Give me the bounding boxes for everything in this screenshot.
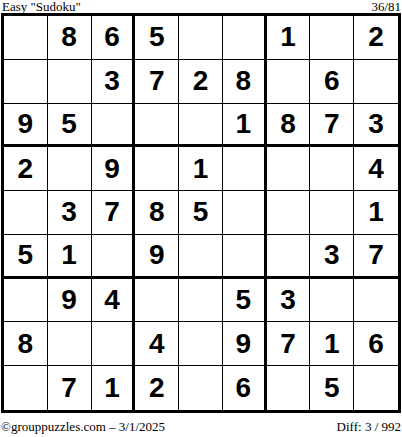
cell-r1c7-given: 1	[267, 16, 311, 60]
cell-r3c9-given: 3	[354, 104, 398, 148]
cell-r3c2-given: 5	[48, 104, 92, 148]
cell-r5c4-given: 8	[135, 191, 179, 235]
cell-r2c5-given: 2	[179, 60, 223, 104]
cell-r1c9-given: 2	[354, 16, 398, 60]
cell-r7c9-empty[interactable]	[354, 279, 398, 323]
cell-r4c1-given: 2	[4, 147, 48, 191]
cell-r6c9-given: 7	[354, 235, 398, 279]
cell-r5c3-given: 7	[92, 191, 136, 235]
cell-r7c4-empty[interactable]	[135, 279, 179, 323]
cell-r2c1-empty[interactable]	[4, 60, 48, 104]
cell-r7c8-empty[interactable]	[310, 279, 354, 323]
cell-r4c7-empty[interactable]	[267, 147, 311, 191]
cell-r1c6-empty[interactable]	[223, 16, 267, 60]
cell-r1c8-empty[interactable]	[310, 16, 354, 60]
cell-r5c2-given: 3	[48, 191, 92, 235]
cell-r9c4-given: 2	[135, 366, 179, 410]
cell-r4c4-empty[interactable]	[135, 147, 179, 191]
cell-r5c6-empty[interactable]	[223, 191, 267, 235]
cell-r1c4-given: 5	[135, 16, 179, 60]
sudoku-grid: 8651237286951873291437851519379453849716…	[1, 13, 401, 413]
cell-r7c7-given: 3	[267, 279, 311, 323]
cell-r9c9-empty[interactable]	[354, 366, 398, 410]
puzzle-title: Easy "Sudoku"	[2, 0, 81, 13]
cell-r8c5-empty[interactable]	[179, 322, 223, 366]
cell-r5c5-given: 5	[179, 191, 223, 235]
cell-r5c8-empty[interactable]	[310, 191, 354, 235]
cell-r3c4-empty[interactable]	[135, 104, 179, 148]
cell-r1c2-given: 8	[48, 16, 92, 60]
cell-r4c8-empty[interactable]	[310, 147, 354, 191]
cell-r2c6-given: 8	[223, 60, 267, 104]
cell-r2c8-given: 6	[310, 60, 354, 104]
cell-r6c2-given: 1	[48, 235, 92, 279]
cell-r4c2-empty[interactable]	[48, 147, 92, 191]
cell-r8c2-empty[interactable]	[48, 322, 92, 366]
cell-r3c3-empty[interactable]	[92, 104, 136, 148]
copyright-credit: ©grouppuzzles.com – 3/1/2025	[1, 420, 165, 434]
cell-r1c3-given: 6	[92, 16, 136, 60]
cell-r2c7-empty[interactable]	[267, 60, 311, 104]
cell-r7c3-given: 4	[92, 279, 136, 323]
cell-r2c3-given: 3	[92, 60, 136, 104]
header: Easy "Sudoku" 36/81	[0, 0, 402, 13]
difficulty-label: Diff: 3 / 992	[337, 420, 401, 434]
footer: ©grouppuzzles.com – 3/1/2025 Diff: 3 / 9…	[0, 420, 402, 434]
cell-r7c2-given: 9	[48, 279, 92, 323]
cell-r6c5-empty[interactable]	[179, 235, 223, 279]
cell-r5c7-empty[interactable]	[267, 191, 311, 235]
cell-r6c3-empty[interactable]	[92, 235, 136, 279]
cell-r3c5-empty[interactable]	[179, 104, 223, 148]
cell-r6c6-empty[interactable]	[223, 235, 267, 279]
cell-r8c7-given: 7	[267, 322, 311, 366]
cell-r4c3-given: 9	[92, 147, 136, 191]
cell-r8c6-given: 9	[223, 322, 267, 366]
cell-r9c2-given: 7	[48, 366, 92, 410]
cell-r9c6-given: 6	[223, 366, 267, 410]
cell-r9c3-given: 1	[92, 366, 136, 410]
progress-counter: 36/81	[371, 0, 401, 13]
cell-r3c8-given: 7	[310, 104, 354, 148]
cell-r6c4-given: 9	[135, 235, 179, 279]
cell-r8c1-given: 8	[4, 322, 48, 366]
cell-r9c1-empty[interactable]	[4, 366, 48, 410]
cell-r4c9-given: 4	[354, 147, 398, 191]
cell-r5c9-given: 1	[354, 191, 398, 235]
cell-r3c7-given: 8	[267, 104, 311, 148]
cell-r2c4-given: 7	[135, 60, 179, 104]
cell-r6c8-given: 3	[310, 235, 354, 279]
cell-r2c2-empty[interactable]	[48, 60, 92, 104]
cell-r7c1-empty[interactable]	[4, 279, 48, 323]
cell-r2c9-empty[interactable]	[354, 60, 398, 104]
cell-r7c6-given: 5	[223, 279, 267, 323]
cell-r9c8-given: 5	[310, 366, 354, 410]
cell-r4c5-given: 1	[179, 147, 223, 191]
cell-r1c1-empty[interactable]	[4, 16, 48, 60]
cell-r8c8-given: 1	[310, 322, 354, 366]
cell-r8c4-given: 4	[135, 322, 179, 366]
cell-r9c7-empty[interactable]	[267, 366, 311, 410]
cell-r6c1-given: 5	[4, 235, 48, 279]
cell-r8c9-given: 6	[354, 322, 398, 366]
cell-r9c5-empty[interactable]	[179, 366, 223, 410]
sudoku-page: Easy "Sudoku" 36/81 86512372869518732914…	[0, 0, 402, 437]
cell-r8c3-empty[interactable]	[92, 322, 136, 366]
cell-r3c6-given: 1	[223, 104, 267, 148]
cell-r1c5-empty[interactable]	[179, 16, 223, 60]
cell-r5c1-empty[interactable]	[4, 191, 48, 235]
cell-r3c1-given: 9	[4, 104, 48, 148]
cell-r7c5-empty[interactable]	[179, 279, 223, 323]
cell-r4c6-empty[interactable]	[223, 147, 267, 191]
cell-r6c7-empty[interactable]	[267, 235, 311, 279]
